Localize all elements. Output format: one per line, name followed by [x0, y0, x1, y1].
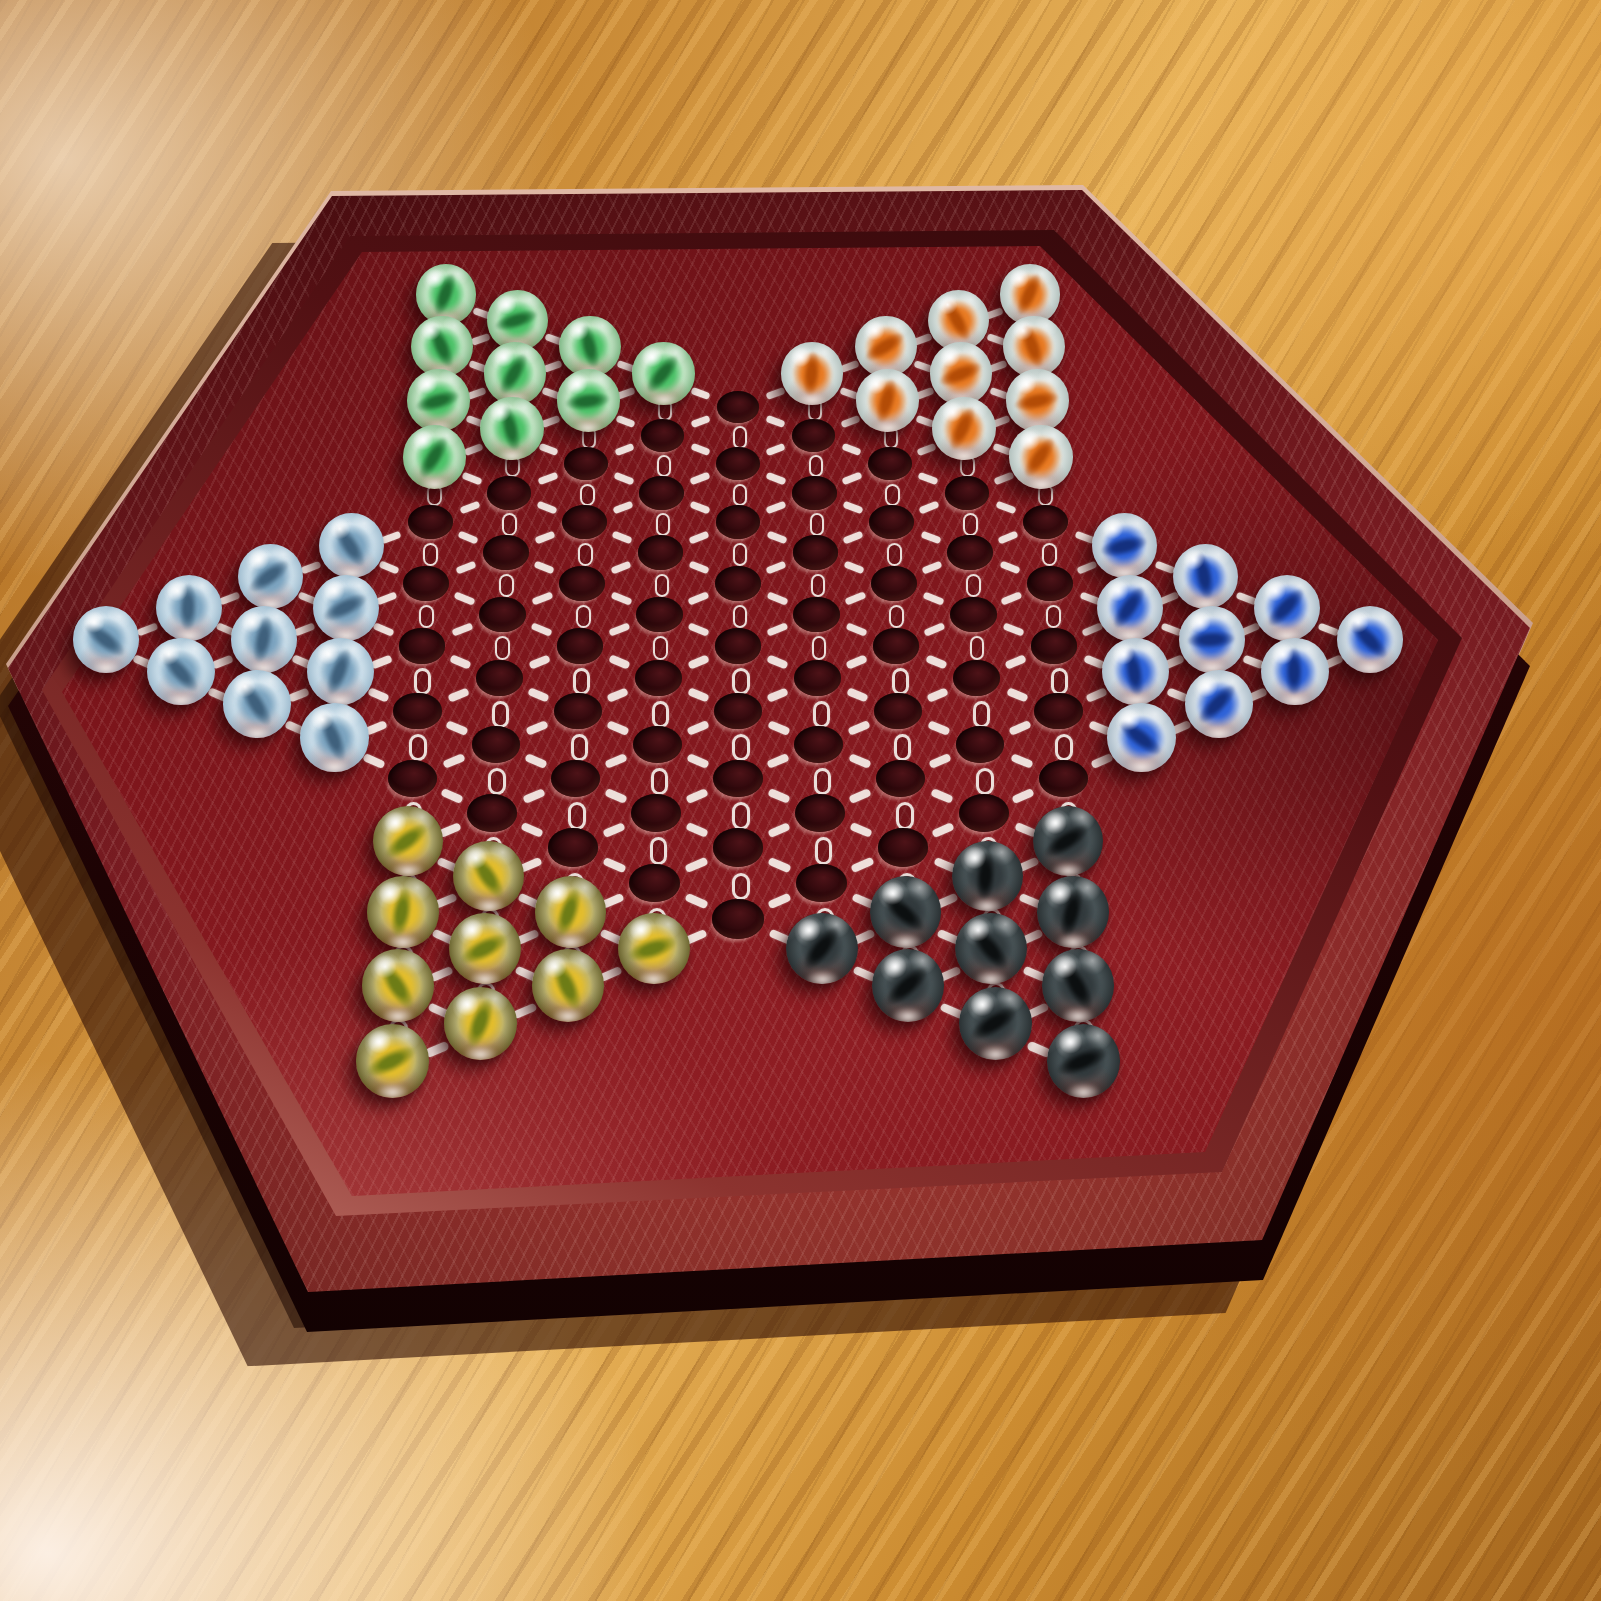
- marble-green[interactable]: [559, 316, 621, 378]
- marble-caustic: [805, 970, 839, 984]
- marble-black[interactable]: [870, 876, 941, 947]
- marble-blue[interactable]: [1173, 544, 1239, 610]
- marble-light-blue[interactable]: [147, 638, 214, 705]
- marble-caustic: [419, 476, 450, 489]
- marble-caustic: [1056, 933, 1090, 947]
- marble-caustic: [797, 392, 827, 404]
- marble-caustic: [497, 448, 527, 461]
- marble-caustic: [391, 862, 425, 876]
- marble-light-blue[interactable]: [156, 575, 222, 641]
- marble-blue[interactable]: [1185, 670, 1253, 738]
- marble-caustic: [970, 897, 1004, 911]
- marble-black[interactable]: [955, 913, 1027, 985]
- marble-yellow[interactable]: [453, 841, 524, 912]
- marble-yellow[interactable]: [535, 876, 606, 947]
- marble-caustic: [241, 725, 274, 739]
- marble-caustic: [1026, 476, 1057, 489]
- marble-orange[interactable]: [781, 342, 843, 404]
- marble-green[interactable]: [407, 369, 470, 432]
- marble-light-blue[interactable]: [231, 606, 298, 673]
- marble-blue[interactable]: [1337, 606, 1404, 673]
- marble-caustic: [553, 933, 587, 947]
- marble-caustic: [949, 448, 979, 461]
- marble-caustic: [468, 970, 502, 984]
- marble-light-blue[interactable]: [300, 703, 368, 771]
- marble-black[interactable]: [1037, 876, 1108, 947]
- marble-caustic: [978, 1045, 1013, 1060]
- marble-blue[interactable]: [1097, 575, 1163, 641]
- marble-caustic: [1203, 725, 1236, 739]
- marble-caustic: [375, 1083, 410, 1098]
- marble-green[interactable]: [403, 425, 467, 489]
- marble-caustic: [573, 420, 603, 433]
- marble-caustic: [463, 1045, 498, 1060]
- marbles-layer: [0, 0, 1601, 1601]
- marble-blue[interactable]: [1179, 606, 1246, 673]
- marble-caustic: [873, 420, 903, 433]
- marble-yellow[interactable]: [367, 876, 438, 947]
- marble-light-blue[interactable]: [238, 544, 304, 610]
- marble-caustic: [551, 1007, 586, 1021]
- marble-black[interactable]: [952, 841, 1023, 912]
- marble-orange[interactable]: [855, 316, 917, 378]
- marble-yellow[interactable]: [356, 1024, 430, 1098]
- marble-green[interactable]: [484, 342, 546, 404]
- marble-caustic: [1051, 862, 1085, 876]
- marble-caustic: [1125, 758, 1158, 772]
- chinese-checkers-board: [0, 0, 1601, 1601]
- marble-yellow[interactable]: [532, 949, 604, 1021]
- photo-scene: [0, 0, 1601, 1601]
- marble-caustic: [888, 933, 922, 947]
- marble-blue[interactable]: [1107, 703, 1175, 771]
- marble-green[interactable]: [480, 397, 543, 460]
- marble-caustic: [472, 897, 506, 911]
- marble-caustic: [891, 1007, 926, 1021]
- marble-yellow[interactable]: [618, 913, 690, 985]
- marble-blue[interactable]: [1102, 638, 1169, 705]
- marble-caustic: [90, 659, 122, 672]
- marble-yellow[interactable]: [444, 987, 517, 1060]
- marble-orange[interactable]: [932, 397, 995, 460]
- marble-orange[interactable]: [1009, 425, 1073, 489]
- marble-light-blue[interactable]: [307, 638, 374, 705]
- marble-light-blue[interactable]: [73, 606, 140, 673]
- marble-caustic: [636, 970, 670, 984]
- marble-caustic: [165, 692, 197, 705]
- marble-yellow[interactable]: [362, 949, 434, 1021]
- marble-orange[interactable]: [1006, 369, 1069, 432]
- marble-black[interactable]: [786, 913, 858, 985]
- marble-light-blue[interactable]: [313, 575, 379, 641]
- marble-green[interactable]: [411, 316, 473, 378]
- marble-green[interactable]: [632, 342, 694, 404]
- marble-blue[interactable]: [1092, 513, 1157, 578]
- marble-black[interactable]: [872, 949, 944, 1021]
- marble-caustic: [1279, 692, 1311, 705]
- marble-caustic: [1066, 1083, 1101, 1098]
- marble-caustic: [318, 758, 351, 772]
- marble-orange[interactable]: [1003, 316, 1065, 378]
- marble-yellow[interactable]: [373, 806, 443, 876]
- marble-caustic: [386, 933, 420, 947]
- marble-caustic: [1061, 1007, 1096, 1021]
- marble-yellow[interactable]: [449, 913, 521, 985]
- marble-orange[interactable]: [930, 342, 992, 404]
- marble-caustic: [649, 392, 679, 404]
- marble-caustic: [974, 970, 1008, 984]
- marble-light-blue[interactable]: [319, 513, 384, 578]
- marble-light-blue[interactable]: [223, 670, 291, 738]
- marble-green[interactable]: [557, 369, 620, 432]
- marble-caustic: [381, 1007, 416, 1021]
- marble-orange[interactable]: [856, 369, 919, 432]
- marble-black[interactable]: [1042, 949, 1114, 1021]
- marble-blue[interactable]: [1261, 638, 1328, 705]
- marble-blue[interactable]: [1254, 575, 1320, 641]
- marble-black[interactable]: [959, 987, 1032, 1060]
- marble-caustic: [1354, 659, 1386, 672]
- marble-black[interactable]: [1033, 806, 1103, 876]
- marble-black[interactable]: [1047, 1024, 1121, 1098]
